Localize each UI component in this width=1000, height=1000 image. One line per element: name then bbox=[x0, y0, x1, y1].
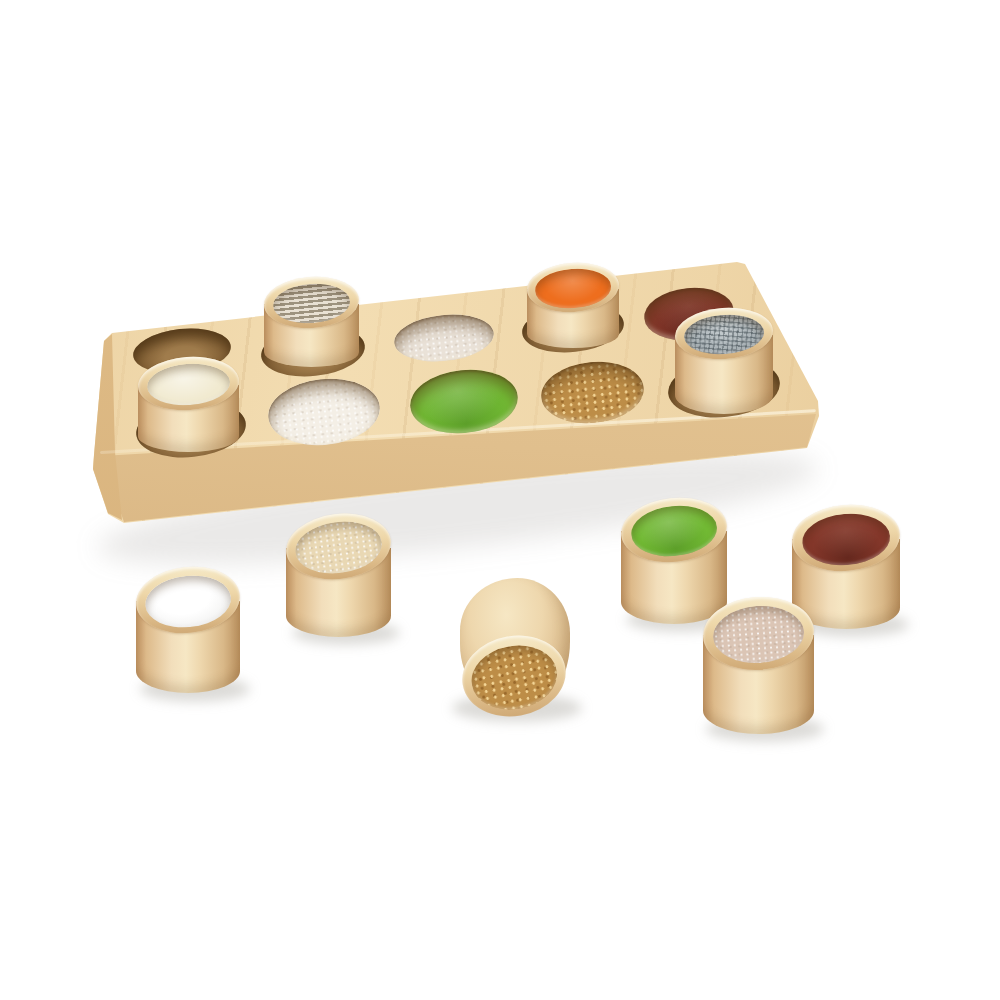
cylinder-cork[interactable] bbox=[456, 576, 574, 718]
texture-face-mesh bbox=[683, 312, 766, 357]
texture-face-cork bbox=[467, 639, 562, 715]
texture-face-beige-sand bbox=[293, 517, 385, 578]
texture-face-green bbox=[628, 502, 720, 561]
texture-face-cream bbox=[146, 361, 232, 408]
texture-face-white bbox=[143, 571, 233, 631]
texture-face-maroon bbox=[800, 510, 893, 569]
scene bbox=[0, 0, 1000, 1000]
cylinder-orange[interactable] bbox=[527, 263, 619, 373]
texture-face-orange bbox=[534, 267, 612, 310]
cylinder-cream[interactable] bbox=[138, 357, 239, 477]
texture-face-pale-sand bbox=[711, 603, 806, 666]
cylinder-beige-sand[interactable] bbox=[286, 514, 391, 642]
cylinder-grey-corduroy[interactable] bbox=[264, 277, 359, 397]
cylinder-pale-sand[interactable] bbox=[703, 597, 814, 735]
texture-face-corduroy bbox=[271, 281, 351, 326]
cylinder-metal-mesh[interactable] bbox=[675, 308, 773, 438]
cylinder-white[interactable] bbox=[136, 567, 240, 697]
